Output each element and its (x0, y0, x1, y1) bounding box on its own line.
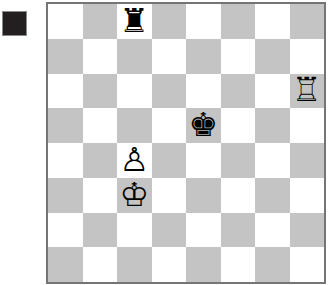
square-d2[interactable] (152, 213, 187, 248)
square-h2[interactable] (290, 213, 325, 248)
square-f8[interactable] (221, 4, 256, 39)
square-e5[interactable]: ♚ (186, 108, 221, 143)
square-a2[interactable] (48, 213, 83, 248)
chess-board: ♜♖♚♙♔ (46, 2, 326, 284)
square-b1[interactable] (83, 247, 118, 282)
square-d4[interactable] (152, 143, 187, 178)
square-d3[interactable] (152, 178, 187, 213)
square-b8[interactable] (83, 4, 118, 39)
square-g7[interactable] (255, 39, 290, 74)
square-c6[interactable] (117, 74, 152, 109)
square-c8[interactable]: ♜ (117, 4, 152, 39)
square-b3[interactable] (83, 178, 118, 213)
piece-white-king: ♔ (119, 178, 149, 211)
square-b4[interactable] (83, 143, 118, 178)
black-to-move-indicator (2, 11, 27, 36)
square-g5[interactable] (255, 108, 290, 143)
square-f5[interactable] (221, 108, 256, 143)
square-f6[interactable] (221, 74, 256, 109)
square-e2[interactable] (186, 213, 221, 248)
square-e4[interactable] (186, 143, 221, 178)
square-a4[interactable] (48, 143, 83, 178)
square-g6[interactable] (255, 74, 290, 109)
square-a5[interactable] (48, 108, 83, 143)
square-c5[interactable] (117, 108, 152, 143)
chess-diagram: ♜♖♚♙♔ (0, 0, 328, 285)
square-a6[interactable] (48, 74, 83, 109)
square-g3[interactable] (255, 178, 290, 213)
square-a8[interactable] (48, 4, 83, 39)
square-g2[interactable] (255, 213, 290, 248)
square-e7[interactable] (186, 39, 221, 74)
square-e8[interactable] (186, 4, 221, 39)
square-e6[interactable] (186, 74, 221, 109)
square-f2[interactable] (221, 213, 256, 248)
piece-black-king: ♚ (188, 108, 218, 141)
square-c7[interactable] (117, 39, 152, 74)
square-c3[interactable]: ♔ (117, 178, 152, 213)
square-g4[interactable] (255, 143, 290, 178)
square-d8[interactable] (152, 4, 187, 39)
square-b6[interactable] (83, 74, 118, 109)
square-h3[interactable] (290, 178, 325, 213)
square-h1[interactable] (290, 247, 325, 282)
square-d7[interactable] (152, 39, 187, 74)
piece-black-rook: ♜ (119, 4, 149, 37)
square-b5[interactable] (83, 108, 118, 143)
square-b2[interactable] (83, 213, 118, 248)
square-e1[interactable] (186, 247, 221, 282)
square-a1[interactable] (48, 247, 83, 282)
square-g8[interactable] (255, 4, 290, 39)
square-g1[interactable] (255, 247, 290, 282)
square-h5[interactable] (290, 108, 325, 143)
square-d1[interactable] (152, 247, 187, 282)
square-h8[interactable] (290, 4, 325, 39)
square-c4[interactable]: ♙ (117, 143, 152, 178)
square-a7[interactable] (48, 39, 83, 74)
square-f7[interactable] (221, 39, 256, 74)
square-h6[interactable]: ♖ (290, 74, 325, 109)
square-c2[interactable] (117, 213, 152, 248)
square-e3[interactable] (186, 178, 221, 213)
piece-white-pawn: ♙ (119, 143, 149, 176)
square-b7[interactable] (83, 39, 118, 74)
square-a3[interactable] (48, 178, 83, 213)
square-d6[interactable] (152, 74, 187, 109)
square-f4[interactable] (221, 143, 256, 178)
square-d5[interactable] (152, 108, 187, 143)
square-h4[interactable] (290, 143, 325, 178)
square-f3[interactable] (221, 178, 256, 213)
square-f1[interactable] (221, 247, 256, 282)
square-h7[interactable] (290, 39, 325, 74)
square-c1[interactable] (117, 247, 152, 282)
piece-white-rook: ♖ (292, 74, 322, 107)
